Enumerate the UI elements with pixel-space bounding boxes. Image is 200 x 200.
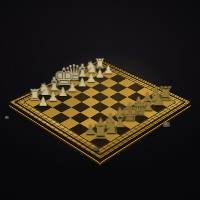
box-hinge-icon [94, 147, 99, 151]
box-hinge-pin-icon [5, 116, 9, 119]
box-latch-icon [163, 122, 170, 127]
chess-board: ♜♟♟♜♞♟♟♞♝♟♟♝♛♟♟♛♚♟♟♚♝♟♟♝♞♟♟♞♜♟♟♜ [9, 60, 190, 159]
rook-glyph: ♜ [90, 121, 109, 142]
photo-scene: ♜♟♟♜♞♟♟♞♝♟♟♝♛♟♟♛♚♟♟♚♝♟♟♝♞♟♟♞♜♟♟♜ [0, 0, 200, 200]
pawn-glyph: ♟ [37, 96, 48, 108]
